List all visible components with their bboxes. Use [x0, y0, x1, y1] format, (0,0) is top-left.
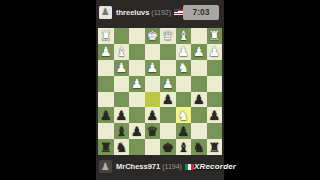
white-knight: ♞	[177, 61, 189, 74]
black-knight: ♞	[115, 140, 127, 153]
board-square[interactable]	[160, 60, 176, 76]
white-pawn: ♟	[115, 61, 127, 74]
board-square[interactable]: ♝	[114, 123, 130, 139]
italy-flag-icon	[185, 164, 194, 170]
black-pawn: ♟	[131, 124, 143, 137]
black-pawn: ♟	[177, 124, 189, 137]
board-square[interactable]	[207, 123, 223, 139]
board-square[interactable]: ♚	[145, 28, 161, 44]
board-square[interactable]: ♝	[176, 139, 192, 155]
board-square[interactable]	[129, 92, 145, 108]
top-player-bar: ♟ threeluvs (1192) 7:03	[96, 0, 224, 24]
white-bishop: ♝	[177, 29, 189, 42]
clock-time: 7:03	[193, 7, 210, 17]
board-square[interactable]: ♟	[176, 123, 192, 139]
board-square[interactable]	[145, 76, 161, 92]
board-square[interactable]	[160, 107, 176, 123]
board-square[interactable]	[114, 28, 130, 44]
board-square[interactable]: ♛	[160, 28, 176, 44]
black-pawn: ♟	[146, 108, 158, 121]
black-pawn: ♟	[115, 108, 127, 121]
black-bishop: ♝	[177, 140, 189, 153]
board-square[interactable]: ♜	[207, 139, 223, 155]
black-knight: ♞	[193, 140, 205, 153]
board-square[interactable]	[98, 92, 114, 108]
board-square[interactable]: ♜	[98, 139, 114, 155]
board-square[interactable]: ♟	[98, 44, 114, 60]
board-square[interactable]: ♟	[160, 76, 176, 92]
board-square[interactable]	[191, 107, 207, 123]
board-square[interactable]: ♞	[176, 60, 192, 76]
board-square[interactable]: ♟	[207, 107, 223, 123]
white-bishop: ♝	[115, 45, 127, 58]
board-square[interactable]	[176, 92, 192, 108]
white-pawn: ♟	[193, 45, 205, 58]
board-square[interactable]: ♟	[114, 107, 130, 123]
board-square[interactable]: ♝	[176, 28, 192, 44]
board-square[interactable]: ♟	[98, 107, 114, 123]
screen-recorder-watermark: XRecorder	[194, 162, 236, 171]
board-square[interactable]	[207, 76, 223, 92]
board-square[interactable]: ♟	[176, 44, 192, 60]
board-square[interactable]	[98, 60, 114, 76]
board-square[interactable]: ♜	[98, 28, 114, 44]
board-square[interactable]: ♚	[160, 139, 176, 155]
board-square[interactable]	[129, 28, 145, 44]
bottom-player-avatar[interactable]: ♟	[99, 160, 112, 173]
white-pawn: ♟	[208, 45, 220, 58]
white-king: ♚	[146, 29, 158, 42]
board-square[interactable]: ♟	[145, 60, 161, 76]
board-square[interactable]: ♞	[191, 139, 207, 155]
black-pawn: ♟	[193, 92, 205, 105]
top-player-avatar[interactable]: ♟	[99, 6, 112, 19]
bottom-player-bar: ♟ MrChess971 (1194) XRecorder	[96, 155, 224, 178]
black-pawn: ♟	[208, 108, 220, 121]
board-square[interactable]	[129, 44, 145, 60]
board-square[interactable]: ♟	[191, 44, 207, 60]
black-rook: ♜	[100, 140, 112, 153]
bottom-player-rating: (1194)	[162, 163, 182, 170]
black-queen: ♛	[146, 124, 158, 137]
bottom-player-name: MrChess971	[116, 162, 160, 171]
board-square[interactable]: ♞	[114, 139, 130, 155]
us-flag-icon	[174, 9, 183, 15]
top-player-name: threeluvs	[116, 8, 149, 17]
black-pawn: ♟	[100, 108, 112, 121]
white-queen: ♛	[162, 29, 174, 42]
board-square[interactable]	[129, 107, 145, 123]
white-pawn: ♟	[131, 77, 143, 90]
board-square[interactable]: ♜	[207, 28, 223, 44]
white-rook: ♜	[208, 29, 220, 42]
board-square[interactable]: ♟	[129, 123, 145, 139]
white-pawn: ♟	[177, 45, 189, 58]
pawn-avatar-icon: ♟	[101, 7, 110, 17]
board-square[interactable]	[114, 92, 130, 108]
white-pawn: ♟	[162, 77, 174, 90]
board-square[interactable]	[160, 44, 176, 60]
board-square[interactable]: ♟	[160, 92, 176, 108]
board-square[interactable]: ♟	[191, 92, 207, 108]
white-pawn: ♟	[146, 61, 158, 74]
board-square[interactable]	[191, 76, 207, 92]
top-player-rating: (1192)	[151, 9, 171, 16]
board-square[interactable]: ♝	[114, 44, 130, 60]
chess-board: ♜♚♛♝♜♟♝♟♟♟♟♟♞♟♟♟♟♟♟♟♞♟♝♟♛♟♜♞♚♝♞♜	[98, 28, 222, 155]
board-square[interactable]	[207, 60, 223, 76]
black-pawn: ♟	[162, 92, 174, 105]
board-square[interactable]	[145, 92, 161, 108]
white-knight: ♞	[177, 108, 189, 121]
board-square[interactable]: ♟	[114, 60, 130, 76]
board-square[interactable]	[98, 76, 114, 92]
board-square[interactable]	[145, 139, 161, 155]
pawn-avatar-icon: ♟	[101, 162, 110, 172]
white-pawn: ♟	[100, 45, 112, 58]
board-square[interactable]	[129, 139, 145, 155]
board-square[interactable]	[160, 123, 176, 139]
board-square[interactable]	[114, 76, 130, 92]
board-square[interactable]	[129, 60, 145, 76]
board-square[interactable]: ♟	[145, 107, 161, 123]
board-square[interactable]	[191, 123, 207, 139]
board-square[interactable]	[207, 92, 223, 108]
board-square[interactable]: ♟	[129, 76, 145, 92]
chess-app-window: ♟ threeluvs (1192) 7:03 ♜♚♛♝♜♟♝♟♟♟♟♟♞♟♟♟…	[96, 0, 224, 180]
board-square[interactable]: ♟	[207, 44, 223, 60]
black-rook: ♜	[208, 140, 220, 153]
black-bishop: ♝	[115, 124, 127, 137]
black-king: ♚	[162, 140, 174, 153]
board-square[interactable]: ♞	[176, 107, 192, 123]
white-rook: ♜	[100, 29, 112, 42]
top-player-clock: 7:03	[183, 5, 219, 20]
screen: ♟ threeluvs (1192) 7:03 ♜♚♛♝♜♟♝♟♟♟♟♟♞♟♟♟…	[0, 0, 320, 180]
board-square[interactable]	[191, 60, 207, 76]
board-square[interactable]	[145, 44, 161, 60]
board-square[interactable]	[98, 123, 114, 139]
board-square[interactable]	[191, 28, 207, 44]
board-square[interactable]	[176, 76, 192, 92]
board-square[interactable]: ♛	[145, 123, 161, 139]
